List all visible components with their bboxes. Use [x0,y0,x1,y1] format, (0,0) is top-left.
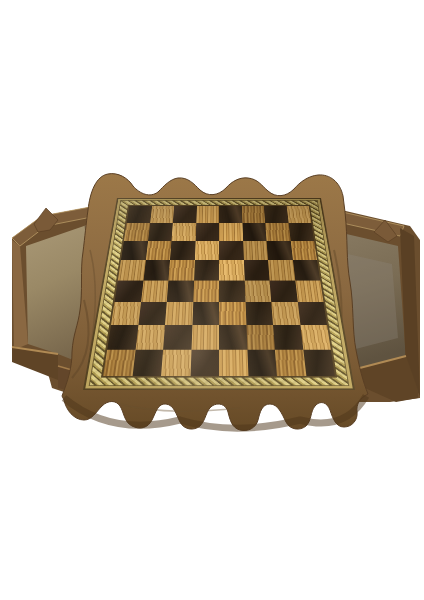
square-c2[interactable] [163,325,192,350]
square-c1[interactable] [161,350,191,376]
square-h1[interactable] [303,350,335,376]
square-a8[interactable] [127,206,152,223]
square-e4[interactable] [219,280,245,302]
square-c4[interactable] [167,280,194,302]
square-d6[interactable] [194,241,219,260]
square-d3[interactable] [192,302,219,325]
square-e1[interactable] [219,350,248,376]
square-c8[interactable] [173,206,197,223]
square-g6[interactable] [267,241,293,260]
square-e6[interactable] [219,241,244,260]
square-f7[interactable] [242,223,266,241]
square-d5[interactable] [194,260,219,280]
square-e3[interactable] [219,302,246,325]
square-h6[interactable] [290,241,317,260]
square-e2[interactable] [219,325,247,350]
square-b6[interactable] [145,241,171,260]
square-h3[interactable] [297,302,327,325]
square-f4[interactable] [244,280,271,302]
square-g5[interactable] [268,260,295,280]
square-b4[interactable] [141,280,169,302]
square-c6[interactable] [170,241,195,260]
square-d8[interactable] [196,206,219,223]
square-a4[interactable] [115,280,144,302]
square-f6[interactable] [243,241,268,260]
square-g2[interactable] [273,325,303,350]
square-c7[interactable] [171,223,195,241]
chess-board [101,205,337,377]
square-d7[interactable] [195,223,219,241]
square-g3[interactable] [271,302,300,325]
square-h8[interactable] [286,206,311,223]
square-h7[interactable] [288,223,314,241]
square-g4[interactable] [270,280,298,302]
square-a5[interactable] [118,260,146,280]
square-d4[interactable] [193,280,219,302]
square-d1[interactable] [190,350,219,376]
square-h2[interactable] [300,325,331,350]
square-h4[interactable] [295,280,324,302]
square-d2[interactable] [191,325,219,350]
square-g1[interactable] [275,350,306,376]
square-f5[interactable] [244,260,270,280]
square-a3[interactable] [111,302,141,325]
square-a1[interactable] [103,350,135,376]
square-c5[interactable] [168,260,194,280]
square-b3[interactable] [138,302,167,325]
square-f2[interactable] [246,325,275,350]
square-a2[interactable] [107,325,138,350]
square-a7[interactable] [124,223,150,241]
mosaic-inlay-band [89,200,350,386]
board-surface [83,198,355,390]
square-b8[interactable] [150,206,174,223]
square-f3[interactable] [245,302,273,325]
square-g8[interactable] [264,206,288,223]
square-f1[interactable] [247,350,277,376]
square-e7[interactable] [219,223,243,241]
chessboard-photo [0,0,424,600]
square-e5[interactable] [219,260,244,280]
square-e8[interactable] [219,206,242,223]
square-f8[interactable] [241,206,265,223]
square-c3[interactable] [165,302,193,325]
square-b2[interactable] [135,325,165,350]
square-a6[interactable] [121,241,148,260]
square-b7[interactable] [148,223,173,241]
square-h5[interactable] [293,260,321,280]
mosaic-border-frame [83,198,355,390]
square-b1[interactable] [132,350,163,376]
square-g7[interactable] [265,223,290,241]
square-b5[interactable] [143,260,170,280]
